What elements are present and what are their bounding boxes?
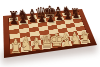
square-h1 (80, 39, 91, 45)
square-a1 (10, 47, 21, 54)
square-b1 (21, 46, 32, 52)
chess-set-photo: ♜♞♝♛♚♝♞♜♟♟♟♟♟♟♟♟♟♟♟♟♟♟♟♟♜♞♝♛♚♝♞♜ (0, 0, 100, 67)
board-squares (9, 11, 91, 54)
